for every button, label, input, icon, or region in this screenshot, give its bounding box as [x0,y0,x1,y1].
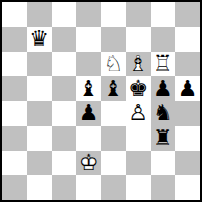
white-bishop: ♝♗ [126,52,151,77]
white-knight: ♞♘ [101,52,126,77]
black-knight-icon: ♞ [151,101,176,126]
square-g8[interactable] [151,2,176,27]
black-pawn-icon: ♟ [175,76,200,101]
square-b3[interactable] [27,126,52,151]
square-g5[interactable]: ♟ [151,76,176,101]
square-e8[interactable] [101,2,126,27]
square-h4[interactable] [175,101,200,126]
chessboard: ♛♞♘♝♗♜♖♝♝♚♟♟♟♟♙♞♜♚♔ [0,0,202,202]
square-e7[interactable] [101,27,126,52]
square-d6[interactable] [76,52,101,77]
square-d2[interactable]: ♚♔ [76,151,101,176]
square-d1[interactable] [76,175,101,200]
square-c5[interactable] [52,76,77,101]
square-c1[interactable] [52,175,77,200]
square-a1[interactable] [2,175,27,200]
square-c8[interactable] [52,2,77,27]
square-e2[interactable] [101,151,126,176]
square-b4[interactable] [27,101,52,126]
white-knight-icon: ♘ [101,52,126,77]
square-a5[interactable] [2,76,27,101]
square-e3[interactable] [101,126,126,151]
black-bishop-icon: ♝ [76,76,101,101]
square-h3[interactable] [175,126,200,151]
square-b6[interactable] [27,52,52,77]
square-f6[interactable]: ♝♗ [126,52,151,77]
square-f3[interactable] [126,126,151,151]
square-b2[interactable] [27,151,52,176]
square-d5[interactable]: ♝ [76,76,101,101]
square-g7[interactable] [151,27,176,52]
black-rook-icon: ♜ [151,126,176,151]
square-b8[interactable] [27,2,52,27]
black-queen-icon: ♛ [27,27,52,52]
square-c3[interactable] [52,126,77,151]
white-pawn: ♟♙ [126,101,151,126]
square-c2[interactable] [52,151,77,176]
square-a2[interactable] [2,151,27,176]
square-g3[interactable]: ♜ [151,126,176,151]
square-g2[interactable] [151,151,176,176]
square-g6[interactable]: ♜♖ [151,52,176,77]
white-bishop-icon: ♗ [126,52,151,77]
square-f5[interactable]: ♚ [126,76,151,101]
white-king: ♚♔ [76,151,101,176]
square-c6[interactable] [52,52,77,77]
square-a7[interactable] [2,27,27,52]
square-a3[interactable] [2,126,27,151]
square-e4[interactable] [101,101,126,126]
square-d7[interactable] [76,27,101,52]
square-g4[interactable]: ♞ [151,101,176,126]
white-king-icon: ♔ [76,151,101,176]
square-f1[interactable] [126,175,151,200]
white-rook: ♜♖ [151,52,176,77]
square-e5[interactable]: ♝ [101,76,126,101]
square-a6[interactable] [2,52,27,77]
black-king-icon: ♚ [126,76,151,101]
square-f8[interactable] [126,2,151,27]
square-e6[interactable]: ♞♘ [101,52,126,77]
square-d8[interactable] [76,2,101,27]
square-g1[interactable] [151,175,176,200]
square-h2[interactable] [175,151,200,176]
black-pawn-icon: ♟ [76,101,101,126]
square-a4[interactable] [2,101,27,126]
square-f7[interactable] [126,27,151,52]
square-h8[interactable] [175,2,200,27]
white-pawn-icon: ♙ [126,101,151,126]
square-e1[interactable] [101,175,126,200]
black-pawn-icon: ♟ [151,76,176,101]
square-h1[interactable] [175,175,200,200]
white-rook-icon: ♖ [151,52,176,77]
square-f2[interactable] [126,151,151,176]
square-b1[interactable] [27,175,52,200]
square-h5[interactable]: ♟ [175,76,200,101]
square-a8[interactable] [2,2,27,27]
square-f4[interactable]: ♟♙ [126,101,151,126]
square-d4[interactable]: ♟ [76,101,101,126]
square-c4[interactable] [52,101,77,126]
black-bishop-icon: ♝ [101,76,126,101]
square-h6[interactable] [175,52,200,77]
square-b5[interactable] [27,76,52,101]
square-c7[interactable] [52,27,77,52]
square-h7[interactable] [175,27,200,52]
square-d3[interactable] [76,126,101,151]
square-b7[interactable]: ♛ [27,27,52,52]
